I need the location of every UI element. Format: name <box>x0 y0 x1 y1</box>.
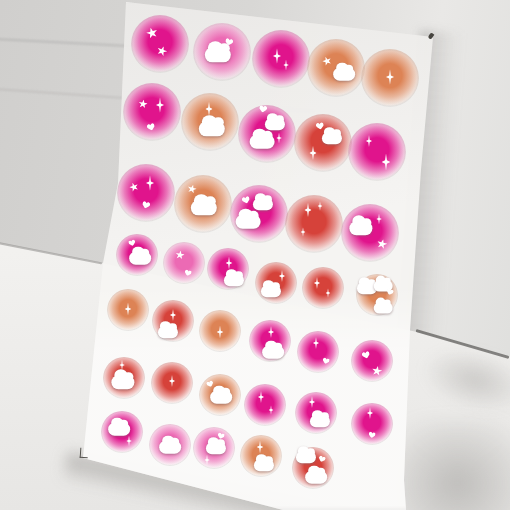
sticker-magenta <box>297 331 339 373</box>
sticker-magenta <box>351 403 393 445</box>
cloud-icon <box>322 132 342 144</box>
cloud-icon <box>111 375 134 389</box>
sticker-pink <box>163 242 205 284</box>
sticker-gradient-core <box>117 164 175 222</box>
sticker-pink <box>193 427 235 469</box>
sticker-orange <box>107 289 149 331</box>
cloud-icon <box>305 471 327 484</box>
sticker-orange <box>307 39 365 97</box>
cloud-icon <box>158 326 178 338</box>
cloud-icon <box>250 135 275 149</box>
sticker-gradient-core <box>285 195 343 253</box>
cloud-icon <box>129 252 151 265</box>
cloud-icon <box>206 442 226 454</box>
sticker-gradient-core <box>244 384 286 426</box>
sticker-magenta <box>249 320 291 362</box>
cloud-icon <box>108 423 130 436</box>
sticker-red <box>151 362 193 404</box>
cloud-icon <box>310 415 330 427</box>
cloud-icon <box>253 198 273 210</box>
cloud-icon <box>236 215 261 229</box>
sticker-magenta <box>238 105 296 163</box>
cloud-icon <box>159 441 181 454</box>
photo-of-sticker-sheet <box>0 0 510 510</box>
sticker-magenta <box>131 15 189 73</box>
sticker-gradient-core <box>123 83 181 141</box>
soft-shadow <box>390 420 510 510</box>
sticker-magenta <box>116 234 158 276</box>
cloud-icon <box>210 391 232 404</box>
l-shaped-cut-mark <box>80 448 89 459</box>
cloud-icon <box>205 47 231 62</box>
sticker-magenta <box>295 392 337 434</box>
sticker-red <box>255 262 297 304</box>
cloud-icon <box>224 274 244 286</box>
sticker-magenta <box>123 83 181 141</box>
sticker-magenta <box>117 164 175 222</box>
sticker-red <box>152 300 194 342</box>
sticker-orange <box>356 274 398 316</box>
sticker-magenta <box>244 384 286 426</box>
sticker-magenta <box>252 30 310 88</box>
sticker-magenta <box>207 248 249 290</box>
sticker-magenta <box>230 185 288 243</box>
sticker-gradient-core <box>163 242 205 284</box>
sticker-pink <box>149 424 191 466</box>
sticker-red <box>103 357 145 399</box>
sticker-orange <box>240 435 282 477</box>
sticker-pink <box>193 23 251 81</box>
sticker-red <box>285 195 343 253</box>
sticker-orange <box>199 310 241 352</box>
sticker-gradient-core <box>348 123 406 181</box>
sticker-gradient-core <box>297 331 339 373</box>
sticker-red <box>294 114 352 172</box>
sticker-gradient-core <box>294 114 352 172</box>
cloud-icon <box>349 221 372 235</box>
cloud-icon <box>374 303 393 314</box>
cloud-icon <box>265 118 285 130</box>
sticker-gradient-core <box>131 15 189 73</box>
sticker-orange <box>361 49 419 107</box>
cloud-icon <box>254 459 274 471</box>
sticker-magenta <box>348 123 406 181</box>
sticker-orange <box>174 175 232 233</box>
cloud-icon <box>191 200 217 215</box>
sticker-gradient-core <box>351 403 393 445</box>
sticker-orange <box>199 374 241 416</box>
sticker-gradient-core <box>302 267 344 309</box>
sticker-magenta <box>341 204 399 262</box>
cloud-icon <box>262 346 284 359</box>
sticker-orange <box>181 93 239 151</box>
sticker-red <box>302 267 344 309</box>
cloud-icon <box>199 121 225 136</box>
cloud-icon <box>296 451 316 463</box>
sticker-red <box>292 447 334 489</box>
sticker-magenta <box>351 340 393 382</box>
cloud-icon <box>333 68 355 81</box>
cloud-icon <box>261 285 281 297</box>
sticker-magenta <box>101 411 143 453</box>
sticker-gradient-core <box>351 340 393 382</box>
sticker-gradient-core <box>252 30 310 88</box>
